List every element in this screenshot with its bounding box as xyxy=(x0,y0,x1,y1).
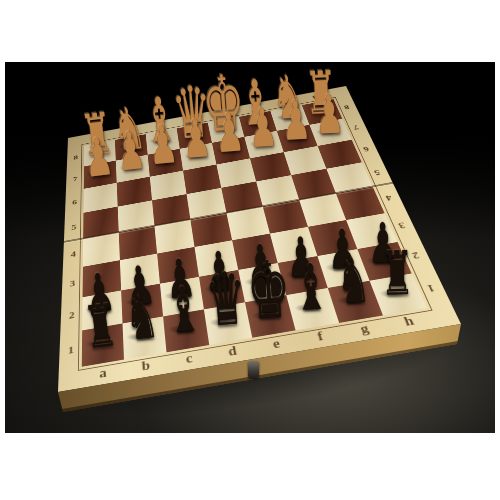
piece-white-pawn-a7[interactable]: ♟ xyxy=(79,130,116,185)
chess-set-photo: aabbccddeeffgghh8877665544332211 ♜♞♝♛♚♝♞… xyxy=(5,62,495,433)
piece-black-rook-h1[interactable]: ♜ xyxy=(378,244,416,305)
pieces-layer: ♜♞♝♛♚♝♞♜♟♟♟♟♟♟♟♟♟♟♟♟♟♟♟♟♜♞♝♛♚♝♞♜ xyxy=(5,62,495,433)
page-background: aabbccddeeffgghh8877665544332211 ♜♞♝♛♚♝♞… xyxy=(0,0,500,500)
piece-white-pawn-e7[interactable]: ♟ xyxy=(211,106,247,161)
piece-white-pawn-c7[interactable]: ♟ xyxy=(145,118,182,173)
piece-black-knight-g1[interactable]: ♞ xyxy=(334,250,373,313)
piece-white-pawn-b7[interactable]: ♟ xyxy=(112,124,149,179)
piece-black-king-e1[interactable]: ♚ xyxy=(242,250,294,331)
piece-black-rook-a1[interactable]: ♜ xyxy=(80,295,122,357)
piece-black-knight-b1[interactable]: ♞ xyxy=(121,287,163,350)
piece-black-bishop-f1[interactable]: ♝ xyxy=(290,256,331,321)
piece-white-pawn-d7[interactable]: ♟ xyxy=(178,112,214,167)
piece-white-pawn-f7[interactable]: ♟ xyxy=(245,100,281,155)
piece-black-bishop-c1[interactable]: ♝ xyxy=(162,278,205,343)
piece-white-pawn-h7[interactable]: ♟ xyxy=(312,87,347,142)
piece-white-pawn-g7[interactable]: ♟ xyxy=(278,94,313,149)
